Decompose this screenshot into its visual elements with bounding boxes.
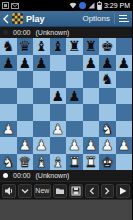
square-e2[interactable]: ♟ <box>66 137 83 154</box>
square-f5[interactable] <box>83 88 100 105</box>
square-h3[interactable] <box>116 121 133 138</box>
app-icon <box>12 13 23 24</box>
black-move-indicator <box>3 30 8 35</box>
header-divider <box>114 13 115 24</box>
chevron-down-icon <box>20 186 30 196</box>
square-d7[interactable] <box>50 55 67 72</box>
black-pawn: ♟ <box>117 55 130 71</box>
square-c3[interactable] <box>33 121 50 138</box>
next-move-button[interactable] <box>101 184 115 198</box>
square-d8[interactable]: ♝ <box>50 38 67 55</box>
square-b5[interactable] <box>17 88 34 105</box>
signal-icon <box>88 2 95 9</box>
white-pawn: ♟ <box>51 121 64 137</box>
app-header: Play Options <box>0 11 132 27</box>
square-a1[interactable]: ♞ <box>0 154 17 171</box>
white-knight: ♞ <box>101 121 114 137</box>
open-file-button[interactable] <box>53 184 67 198</box>
square-b4[interactable] <box>17 104 34 121</box>
volume-button[interactable] <box>2 184 16 198</box>
white-knight: ♞ <box>2 154 15 170</box>
black-pawn: ♟ <box>68 88 81 104</box>
battery-icon <box>97 2 102 10</box>
black-pawn: ♟ <box>35 55 48 71</box>
black-clock: 00:00 <box>13 27 31 38</box>
square-e8[interactable]: ♜ <box>66 38 83 55</box>
status-time: 3:29 PM <box>104 0 130 11</box>
square-d1[interactable]: ♝ <box>50 154 67 171</box>
square-a4[interactable] <box>0 104 17 121</box>
play-icon <box>118 186 128 196</box>
square-g3[interactable]: ♞ <box>99 121 116 138</box>
white-pawn: ♟ <box>68 137 81 153</box>
square-d6[interactable] <box>50 71 67 88</box>
square-a2[interactable] <box>0 137 17 154</box>
white-rook: ♜ <box>84 154 97 170</box>
square-g7[interactable]: ♟ <box>99 55 116 72</box>
square-e4[interactable] <box>66 104 83 121</box>
black-knight: ♞ <box>101 71 114 87</box>
play-move-button[interactable] <box>116 184 130 198</box>
previous-move-button[interactable] <box>85 184 99 198</box>
black-pawn: ♟ <box>51 88 64 104</box>
square-d3[interactable]: ♟ <box>50 121 67 138</box>
square-e1[interactable]: ♜ <box>66 154 83 171</box>
square-g2[interactable]: ♟ <box>99 137 116 154</box>
back-button[interactable] <box>3 14 9 24</box>
black-pawn: ♟ <box>84 55 97 71</box>
white-pawn: ♟ <box>117 137 130 153</box>
square-h4[interactable] <box>116 104 133 121</box>
black-pawn: ♟ <box>2 55 15 71</box>
save-button[interactable] <box>69 184 83 198</box>
folder-icon <box>55 186 65 196</box>
square-a8[interactable]: ♞ <box>0 38 17 55</box>
square-b8[interactable]: ♛ <box>17 38 34 55</box>
square-c1[interactable]: ♝ <box>33 154 50 171</box>
square-e3[interactable] <box>66 121 83 138</box>
square-c8[interactable]: ♝ <box>33 38 50 55</box>
white-queen: ♛ <box>18 154 31 170</box>
square-b6[interactable] <box>17 71 34 88</box>
white-player-row: 00:00 (Unknown) <box>0 170 132 181</box>
white-clock: 00:00 <box>13 170 31 181</box>
square-d2[interactable] <box>50 137 67 154</box>
black-pawn: ♟ <box>18 55 31 71</box>
white-pawn: ♟ <box>18 137 31 153</box>
square-d5[interactable]: ♟ <box>50 88 67 105</box>
square-e6[interactable] <box>66 71 83 88</box>
new-game-label: New <box>35 187 49 194</box>
square-h6[interactable] <box>116 71 133 88</box>
square-f3[interactable] <box>83 121 100 138</box>
white-pawn: ♟ <box>2 121 15 137</box>
square-c6[interactable] <box>33 71 50 88</box>
page-title: Play <box>26 14 45 24</box>
black-bishop: ♝ <box>35 38 48 54</box>
square-d4[interactable] <box>50 104 67 121</box>
options-button[interactable]: Options <box>82 14 110 23</box>
wifi-icon <box>69 2 77 9</box>
square-b7[interactable]: ♟ <box>17 55 34 72</box>
square-c5[interactable] <box>33 88 50 105</box>
square-h5[interactable] <box>116 88 133 105</box>
square-c7[interactable]: ♟ <box>33 55 50 72</box>
notification-icon-2 <box>11 3 19 9</box>
square-a3[interactable]: ♟ <box>0 121 17 138</box>
move-list-area <box>0 199 132 220</box>
black-player-name: (Unknown) <box>36 27 70 38</box>
notification-icon-1 <box>2 2 9 9</box>
new-game-button[interactable]: New <box>34 184 52 198</box>
square-h1[interactable] <box>116 154 133 171</box>
phone-screen: 3:29 PM Play Options 00:00 (Unknown) <box>0 0 132 220</box>
collapse-button[interactable] <box>18 184 32 198</box>
square-f7[interactable]: ♟ <box>83 55 100 72</box>
square-g1[interactable]: ♚ <box>99 154 116 171</box>
square-g5[interactable] <box>99 88 116 105</box>
white-bishop: ♝ <box>51 154 64 170</box>
black-king: ♚ <box>101 38 114 54</box>
chevron-left-icon <box>87 186 97 196</box>
black-knight: ♞ <box>2 38 15 54</box>
save-icon <box>71 186 81 196</box>
square-f6[interactable] <box>83 71 100 88</box>
chess-board[interactable]: ♞♛♝♝♜♜♚♟♟♟♟♟♟♞♟♟♟♟♞♟♟♟♟♟♟♞♛♝♝♜♜♚ <box>0 38 132 170</box>
status-bar: 3:29 PM <box>0 0 132 11</box>
square-b3[interactable] <box>17 121 34 138</box>
white-rook: ♜ <box>68 154 81 170</box>
square-f2[interactable]: ♟ <box>83 137 100 154</box>
square-h7[interactable]: ♟ <box>116 55 133 72</box>
square-f1[interactable]: ♜ <box>83 154 100 171</box>
square-a5[interactable] <box>0 88 17 105</box>
black-bishop: ♝ <box>51 38 64 54</box>
black-queen: ♛ <box>18 38 31 54</box>
square-g8[interactable]: ♚ <box>99 38 116 55</box>
black-pawn: ♟ <box>101 55 114 71</box>
square-f4[interactable] <box>83 104 100 121</box>
toolbar: New <box>0 181 132 199</box>
speaker-icon <box>4 186 14 196</box>
white-pawn: ♟ <box>35 137 48 153</box>
square-b2[interactable]: ♟ <box>17 137 34 154</box>
square-b1[interactable]: ♛ <box>17 154 34 171</box>
black-rook: ♜ <box>84 38 97 54</box>
square-a6[interactable] <box>0 71 17 88</box>
square-h8[interactable] <box>116 38 133 55</box>
black-player-row: 00:00 (Unknown) <box>0 27 132 38</box>
white-pawn: ♟ <box>101 137 114 153</box>
square-e5[interactable]: ♟ <box>66 88 83 105</box>
menu-icon[interactable] <box>119 15 129 22</box>
square-a7[interactable]: ♟ <box>0 55 17 72</box>
square-c2[interactable]: ♟ <box>33 137 50 154</box>
square-g6[interactable]: ♞ <box>99 71 116 88</box>
white-bishop: ♝ <box>35 154 48 170</box>
square-f8[interactable]: ♜ <box>83 38 100 55</box>
white-king: ♚ <box>101 154 114 170</box>
square-c4[interactable] <box>33 104 50 121</box>
notification-badge-icon <box>79 2 86 9</box>
square-e7[interactable] <box>66 55 83 72</box>
chevron-right-icon <box>102 186 112 196</box>
square-g4[interactable] <box>99 104 116 121</box>
white-player-name: (Unknown) <box>36 170 70 181</box>
back-chevron-icon <box>3 14 9 24</box>
white-pawn: ♟ <box>84 137 97 153</box>
black-rook: ♜ <box>68 38 81 54</box>
white-move-indicator <box>3 173 8 178</box>
square-h2[interactable]: ♟ <box>116 137 133 154</box>
